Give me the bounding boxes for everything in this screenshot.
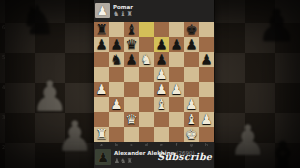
square-a3[interactable] bbox=[94, 97, 109, 112]
square-a7[interactable]: ♟ bbox=[94, 37, 109, 52]
background-rank-label-3: 3 bbox=[2, 114, 5, 120]
black-player-avatar: ♟ bbox=[95, 149, 111, 165]
video-frame: ♞♟♟♟♟♝65432 ♟ Pomar ♞♝♜ ♜♝♚♟♟♛♟♟♟♞♟♞♟♟♟♟… bbox=[0, 0, 300, 168]
white-pawn-f4[interactable]: ♟ bbox=[170, 82, 182, 97]
square-f7[interactable]: ♟ bbox=[169, 37, 184, 52]
white-pawn-g3[interactable]: ♟ bbox=[185, 97, 197, 112]
white-pawn-e4[interactable]: ♟ bbox=[155, 82, 167, 97]
chess-board[interactable]: ♜♝♚♟♟♛♟♟♟♞♟♞♟♟♟♟♟♟♟♝♟♛♝♟♜♚ bbox=[94, 22, 214, 142]
background-rank-label-5: 5 bbox=[2, 54, 5, 60]
white-pawn-icon: ♟ bbox=[97, 5, 108, 17]
square-h8[interactable] bbox=[199, 22, 214, 37]
square-c2[interactable]: ♛ bbox=[124, 112, 139, 127]
background-black-pawn-icon: ♟ bbox=[257, 4, 296, 48]
white-queen-c2[interactable]: ♛ bbox=[125, 112, 137, 127]
black-pawn-h6[interactable]: ♟ bbox=[200, 52, 212, 67]
white-pawn-e5[interactable]: ♟ bbox=[155, 67, 167, 82]
square-b5[interactable] bbox=[109, 67, 124, 82]
square-c5[interactable] bbox=[124, 67, 139, 82]
black-bishop-c8[interactable]: ♝ bbox=[125, 22, 137, 37]
square-d7[interactable] bbox=[139, 37, 154, 52]
background-black-bishop-icon: ♝ bbox=[263, 136, 300, 168]
square-d2[interactable] bbox=[139, 112, 154, 127]
square-f4[interactable]: ♟ bbox=[169, 82, 184, 97]
black-rook-a8[interactable]: ♜ bbox=[95, 22, 107, 37]
square-a6[interactable] bbox=[94, 52, 109, 67]
square-c8[interactable]: ♝ bbox=[124, 22, 139, 37]
black-queen-c7[interactable]: ♛ bbox=[125, 37, 137, 52]
square-a2[interactable] bbox=[94, 112, 109, 127]
white-bishop-e3[interactable]: ♝ bbox=[155, 97, 167, 112]
square-h4[interactable] bbox=[199, 82, 214, 97]
square-e7[interactable]: ♟ bbox=[154, 37, 169, 52]
black-knight-b6[interactable]: ♞ bbox=[110, 52, 122, 67]
square-d5[interactable] bbox=[139, 67, 154, 82]
black-king-g8[interactable]: ♚ bbox=[185, 22, 197, 37]
square-b6[interactable]: ♞ bbox=[109, 52, 124, 67]
square-f2[interactable] bbox=[169, 112, 184, 127]
black-pawn-f7[interactable]: ♟ bbox=[170, 37, 182, 52]
square-g7[interactable]: ♟ bbox=[184, 37, 199, 52]
square-c6[interactable]: ♟ bbox=[124, 52, 139, 67]
background-white-pawn-icon: ♟ bbox=[56, 116, 94, 158]
square-h1[interactable] bbox=[199, 127, 214, 142]
square-e4[interactable]: ♟ bbox=[154, 82, 169, 97]
square-g1[interactable]: ♚ bbox=[184, 127, 199, 142]
square-e8[interactable] bbox=[154, 22, 169, 37]
square-f3[interactable] bbox=[169, 97, 184, 112]
square-b3[interactable]: ♟ bbox=[109, 97, 124, 112]
black-pawn-icon: ♟ bbox=[97, 151, 109, 164]
background-rank-label-6: 6 bbox=[2, 24, 5, 30]
white-pawn-a4[interactable]: ♟ bbox=[95, 82, 107, 97]
square-f6[interactable] bbox=[169, 52, 184, 67]
square-a8[interactable]: ♜ bbox=[94, 22, 109, 37]
background-rank-label-4: 4 bbox=[2, 84, 5, 90]
background-white-pawn-icon: ♟ bbox=[229, 120, 267, 162]
black-pawn-e7[interactable]: ♟ bbox=[155, 37, 167, 52]
square-g5[interactable] bbox=[184, 67, 199, 82]
square-e3[interactable]: ♝ bbox=[154, 97, 169, 112]
square-h7[interactable] bbox=[199, 37, 214, 52]
white-captured-tray: ♞♝♜ bbox=[113, 11, 133, 18]
white-pawn-h2[interactable]: ♟ bbox=[200, 112, 212, 127]
square-a4[interactable]: ♟ bbox=[94, 82, 109, 97]
square-c1[interactable] bbox=[124, 127, 139, 142]
black-pawn-c6[interactable]: ♟ bbox=[125, 52, 137, 67]
white-king-g1[interactable]: ♚ bbox=[185, 127, 197, 142]
black-pawn-g7[interactable]: ♟ bbox=[185, 37, 197, 52]
square-d8[interactable] bbox=[139, 22, 154, 37]
white-bishop-g2[interactable]: ♝ bbox=[185, 112, 197, 127]
subscribe-label[interactable]: Subscribe bbox=[157, 151, 212, 162]
white-player-avatar: ♟ bbox=[95, 3, 110, 18]
player-bar-white: ♟ Pomar ♞♝♜ bbox=[94, 0, 214, 22]
square-e2[interactable] bbox=[154, 112, 169, 127]
black-pawn-a7[interactable]: ♟ bbox=[95, 37, 107, 52]
black-captured-tray: ♟♞♜ bbox=[114, 158, 133, 165]
square-h6[interactable]: ♟ bbox=[199, 52, 214, 67]
square-c4[interactable] bbox=[124, 82, 139, 97]
square-a1[interactable]: ♜ bbox=[94, 127, 109, 142]
white-pawn-b3[interactable]: ♟ bbox=[110, 97, 122, 112]
square-a5[interactable] bbox=[94, 67, 109, 82]
square-g4[interactable] bbox=[184, 82, 199, 97]
square-h3[interactable] bbox=[199, 97, 214, 112]
white-knight-d6[interactable]: ♞ bbox=[140, 52, 152, 67]
square-f8[interactable] bbox=[169, 22, 184, 37]
square-d6[interactable]: ♞ bbox=[139, 52, 154, 67]
square-g2[interactable]: ♝ bbox=[184, 112, 199, 127]
square-b8[interactable] bbox=[109, 22, 124, 37]
square-b4[interactable] bbox=[109, 82, 124, 97]
square-e6[interactable]: ♟ bbox=[154, 52, 169, 67]
square-g6[interactable] bbox=[184, 52, 199, 67]
square-d1[interactable] bbox=[139, 127, 154, 142]
square-f1[interactable] bbox=[169, 127, 184, 142]
square-h2[interactable]: ♟ bbox=[199, 112, 214, 127]
background-black-knight-icon: ♞ bbox=[20, 0, 56, 40]
square-b2[interactable] bbox=[109, 112, 124, 127]
square-h5[interactable] bbox=[199, 67, 214, 82]
square-c7[interactable]: ♛ bbox=[124, 37, 139, 52]
black-pawn-b7[interactable]: ♟ bbox=[110, 37, 122, 52]
player-bar-black: ♟ Alexander Alekhine (2690) ♟♞♜ Subscrib… bbox=[94, 147, 214, 168]
square-d4[interactable] bbox=[139, 82, 154, 97]
square-c3[interactable] bbox=[124, 97, 139, 112]
background-rank-label-2: 2 bbox=[2, 144, 5, 150]
square-d3[interactable] bbox=[139, 97, 154, 112]
square-f5[interactable] bbox=[169, 67, 184, 82]
square-g3[interactable]: ♟ bbox=[184, 97, 199, 112]
square-e1[interactable] bbox=[154, 127, 169, 142]
square-e5[interactable]: ♟ bbox=[154, 67, 169, 82]
square-g8[interactable]: ♚ bbox=[184, 22, 199, 37]
square-b1[interactable] bbox=[109, 127, 124, 142]
square-b7[interactable]: ♟ bbox=[109, 37, 124, 52]
white-rook-a1[interactable]: ♜ bbox=[95, 127, 107, 142]
black-pawn-e6[interactable]: ♟ bbox=[155, 52, 167, 67]
game-panel: ♟ Pomar ♞♝♜ ♜♝♚♟♟♛♟♟♟♞♟♞♟♟♟♟♟♟♟♝♟♛♝♟♜♚ a… bbox=[94, 0, 214, 168]
